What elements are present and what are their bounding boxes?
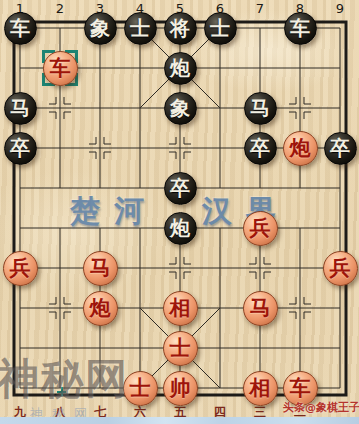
- red-cannon[interactable]: 炮: [83, 291, 118, 326]
- watermark-credit: 头条@象棋王子: [283, 400, 359, 415]
- black-cannon[interactable]: 炮: [164, 212, 197, 245]
- black-general[interactable]: 将: [164, 12, 197, 45]
- red-cannon[interactable]: 炮: [283, 131, 318, 166]
- red-general[interactable]: 帅: [163, 371, 198, 406]
- pieces-layer[interactable]: 车象士将士车车炮马象马卒卒炮卒卒炮兵兵马兵炮相马士士帅相车: [0, 8, 359, 408]
- black-rook[interactable]: 车: [4, 12, 37, 45]
- red-advisor[interactable]: 士: [163, 331, 198, 366]
- black-elephant[interactable]: 象: [84, 12, 117, 45]
- red-horse[interactable]: 马: [243, 291, 278, 326]
- black-advisor[interactable]: 士: [204, 12, 237, 45]
- black-pawn[interactable]: 卒: [4, 132, 37, 165]
- black-elephant[interactable]: 象: [164, 92, 197, 125]
- bottom-page-edge: [0, 417, 359, 424]
- red-pawn[interactable]: 兵: [323, 251, 358, 286]
- red-pawn[interactable]: 兵: [243, 211, 278, 246]
- xiangqi-board: 123456789 九八七六五四三二一 楚河 汉界 车象士将士车车炮马象马卒卒炮…: [0, 0, 359, 424]
- red-pawn[interactable]: 兵: [3, 251, 38, 286]
- black-advisor[interactable]: 士: [124, 12, 157, 45]
- red-rook[interactable]: 车: [43, 51, 78, 86]
- red-elephant[interactable]: 相: [163, 291, 198, 326]
- black-pawn[interactable]: 卒: [164, 172, 197, 205]
- black-cannon[interactable]: 炮: [164, 52, 197, 85]
- black-pawn[interactable]: 卒: [244, 132, 277, 165]
- black-horse[interactable]: 马: [4, 92, 37, 125]
- red-elephant[interactable]: 相: [243, 371, 278, 406]
- black-horse[interactable]: 马: [244, 92, 277, 125]
- red-horse[interactable]: 马: [83, 251, 118, 286]
- black-rook[interactable]: 车: [284, 12, 317, 45]
- watermark-big: 神秘网: [0, 351, 129, 407]
- black-pawn[interactable]: 卒: [324, 132, 357, 165]
